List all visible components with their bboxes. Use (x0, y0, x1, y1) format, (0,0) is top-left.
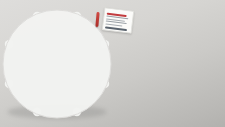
label-barcode-line (105, 26, 127, 31)
photo-scene (0, 0, 225, 127)
product-label (102, 7, 135, 33)
label-text-line (105, 23, 122, 26)
